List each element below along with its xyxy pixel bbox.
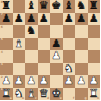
square-b7[interactable]: ♟: [13, 13, 26, 26]
square-g7[interactable]: ♟: [75, 13, 88, 26]
piece-white-pawn[interactable]: ♟: [26, 75, 36, 88]
piece-black-pawn[interactable]: ♟: [64, 13, 74, 26]
rank-label-2: 2: [1, 76, 3, 79]
file-label-b: b: [22, 97, 24, 100]
piece-black-knight[interactable]: ♞: [26, 25, 36, 38]
square-e6[interactable]: [50, 25, 63, 38]
square-b6[interactable]: [13, 25, 26, 38]
square-c5[interactable]: [25, 38, 38, 51]
square-e4[interactable]: ♟: [50, 50, 63, 63]
square-e5[interactable]: ♟: [50, 38, 63, 51]
square-g8[interactable]: ♞: [75, 0, 88, 13]
piece-black-king[interactable]: ♚: [51, 0, 61, 13]
chess-board: 8♜♝♛♚♝♞♜7♟♟♟♟♟♟♟6♞5♝♟4♟3♞2♟♟♟♟♟♟♟1a♜b♞c♝…: [0, 0, 100, 100]
square-h2[interactable]: ♟: [88, 75, 101, 88]
square-b2[interactable]: ♟: [13, 75, 26, 88]
square-h8[interactable]: ♜: [88, 0, 101, 13]
square-c4[interactable]: [25, 50, 38, 63]
piece-white-pawn[interactable]: ♟: [51, 50, 61, 63]
piece-white-pawn[interactable]: ♟: [89, 75, 99, 88]
square-h6[interactable]: [88, 25, 101, 38]
square-a7[interactable]: 7♟: [0, 13, 13, 26]
square-e1[interactable]: e♚: [50, 88, 63, 101]
piece-black-bishop[interactable]: ♝: [26, 0, 36, 13]
piece-black-pawn[interactable]: ♟: [26, 13, 36, 26]
piece-black-pawn[interactable]: ♟: [39, 13, 49, 26]
square-h4[interactable]: [88, 50, 101, 63]
piece-white-pawn[interactable]: ♟: [76, 75, 86, 88]
square-f7[interactable]: ♟: [63, 13, 76, 26]
rank-label-8: 8: [1, 1, 3, 4]
square-f6[interactable]: [63, 25, 76, 38]
piece-black-bishop[interactable]: ♝: [64, 0, 74, 13]
piece-black-pawn[interactable]: ♟: [51, 38, 61, 51]
square-g1[interactable]: g: [75, 88, 88, 101]
rank-label-6: 6: [1, 26, 3, 29]
piece-black-knight[interactable]: ♞: [76, 0, 86, 13]
file-label-e: e: [60, 97, 62, 100]
file-label-f: f: [73, 97, 74, 100]
square-d2[interactable]: ♟: [38, 75, 51, 88]
square-g5[interactable]: [75, 38, 88, 51]
square-e7[interactable]: [50, 13, 63, 26]
square-f5[interactable]: [63, 38, 76, 51]
square-c3[interactable]: [25, 63, 38, 76]
square-g3[interactable]: [75, 63, 88, 76]
square-h3[interactable]: [88, 63, 101, 76]
square-d3[interactable]: [38, 63, 51, 76]
square-a8[interactable]: 8♜: [0, 0, 13, 13]
square-g2[interactable]: ♟: [75, 75, 88, 88]
square-g4[interactable]: [75, 50, 88, 63]
square-c6[interactable]: ♞: [25, 25, 38, 38]
square-a3[interactable]: 3: [0, 63, 13, 76]
square-e8[interactable]: ♚: [50, 0, 63, 13]
square-b4[interactable]: [13, 50, 26, 63]
square-a1[interactable]: 1a♜: [0, 88, 13, 101]
square-d1[interactable]: d♛: [38, 88, 51, 101]
square-d5[interactable]: [38, 38, 51, 51]
rank-label-1: 1: [1, 88, 3, 91]
square-f8[interactable]: ♝: [63, 0, 76, 13]
piece-black-pawn[interactable]: ♟: [76, 13, 86, 26]
square-d6[interactable]: [38, 25, 51, 38]
square-c1[interactable]: c♝: [25, 88, 38, 101]
file-label-h: h: [97, 97, 99, 100]
square-f1[interactable]: f: [63, 88, 76, 101]
square-d4[interactable]: [38, 50, 51, 63]
square-d7[interactable]: ♟: [38, 13, 51, 26]
square-b8[interactable]: [13, 0, 26, 13]
square-b1[interactable]: b♞: [13, 88, 26, 101]
square-g6[interactable]: [75, 25, 88, 38]
square-c2[interactable]: ♟: [25, 75, 38, 88]
piece-black-rook[interactable]: ♜: [89, 0, 99, 13]
rank-label-3: 3: [1, 63, 3, 66]
piece-black-pawn[interactable]: ♟: [89, 13, 99, 26]
piece-black-queen[interactable]: ♛: [39, 0, 49, 13]
rank-label-7: 7: [1, 13, 3, 16]
square-b5[interactable]: ♝: [13, 38, 26, 51]
square-f2[interactable]: ♟: [63, 75, 76, 88]
piece-white-pawn[interactable]: ♟: [14, 75, 24, 88]
square-a4[interactable]: 4: [0, 50, 13, 63]
square-e2[interactable]: [50, 75, 63, 88]
square-f4[interactable]: [63, 50, 76, 63]
square-h1[interactable]: h♜: [88, 88, 101, 101]
piece-white-pawn[interactable]: ♟: [64, 75, 74, 88]
file-label-a: a: [10, 97, 12, 100]
square-a5[interactable]: 5: [0, 38, 13, 51]
file-label-g: g: [85, 97, 87, 100]
square-b3[interactable]: [13, 63, 26, 76]
rank-label-5: 5: [1, 38, 3, 41]
square-h7[interactable]: ♟: [88, 13, 101, 26]
piece-black-pawn[interactable]: ♟: [14, 13, 24, 26]
square-h5[interactable]: [88, 38, 101, 51]
square-e3[interactable]: [50, 63, 63, 76]
square-d8[interactable]: ♛: [38, 0, 51, 13]
file-label-d: d: [47, 97, 49, 100]
file-label-c: c: [35, 97, 37, 100]
piece-white-pawn[interactable]: ♟: [39, 75, 49, 88]
square-c8[interactable]: ♝: [25, 0, 38, 13]
square-a6[interactable]: 6: [0, 25, 13, 38]
rank-label-4: 4: [1, 51, 3, 54]
piece-white-knight[interactable]: ♞: [64, 63, 74, 76]
square-a2[interactable]: 2♟: [0, 75, 13, 88]
square-c7[interactable]: ♟: [25, 13, 38, 26]
square-f3[interactable]: ♞: [63, 63, 76, 76]
piece-white-bishop[interactable]: ♝: [14, 38, 24, 51]
